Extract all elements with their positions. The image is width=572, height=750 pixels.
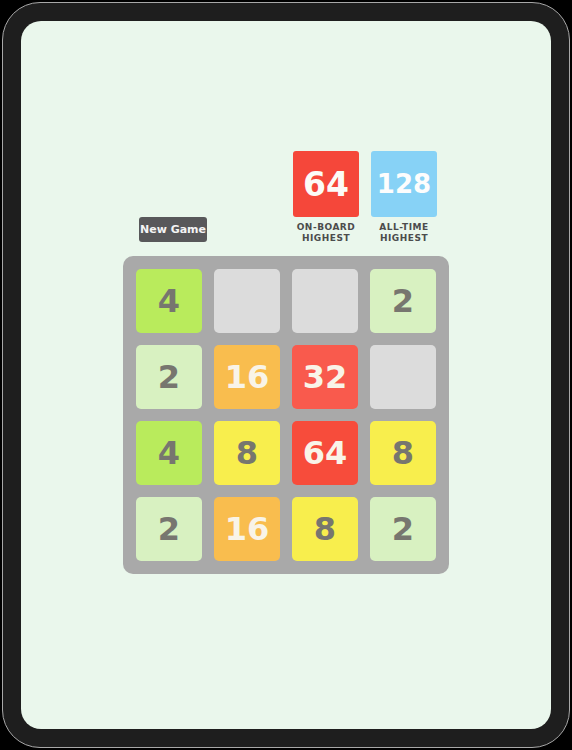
tile-8: 8 <box>370 421 436 485</box>
board[interactable]: 42216324864821682 <box>123 256 449 574</box>
empty-cell <box>214 269 280 333</box>
all-time-highest-label-line2: HIGHEST <box>371 233 437 244</box>
all-time-highest-tile: 128 <box>371 151 437 217</box>
empty-cell <box>292 269 358 333</box>
tile-2: 2 <box>136 497 202 561</box>
tablet-frame: New Game 64 ON-BOARD HIGHEST 128 ALL-TIM… <box>2 2 570 748</box>
all-time-highest-value: 128 <box>377 169 431 199</box>
tile-2: 2 <box>136 345 202 409</box>
tile-8: 8 <box>214 421 280 485</box>
game-screen: New Game 64 ON-BOARD HIGHEST 128 ALL-TIM… <box>21 21 551 729</box>
on-board-highest-label-line2: HIGHEST <box>293 233 359 244</box>
tile-64: 64 <box>292 421 358 485</box>
tile-4: 4 <box>136 269 202 333</box>
tile-16: 16 <box>214 345 280 409</box>
on-board-highest-tile: 64 <box>293 151 359 217</box>
tile-32: 32 <box>292 345 358 409</box>
tile-2: 2 <box>370 497 436 561</box>
new-game-button[interactable]: New Game <box>139 217 207 242</box>
on-board-highest-value: 64 <box>303 165 349 204</box>
on-board-highest-label: ON-BOARD HIGHEST <box>293 222 359 244</box>
tile-8: 8 <box>292 497 358 561</box>
on-board-highest-label-line1: ON-BOARD <box>293 222 359 233</box>
all-time-highest-label: ALL-TIME HIGHEST <box>371 222 437 244</box>
all-time-highest-label-line1: ALL-TIME <box>371 222 437 233</box>
tile-16: 16 <box>214 497 280 561</box>
tile-2: 2 <box>370 269 436 333</box>
tile-4: 4 <box>136 421 202 485</box>
empty-cell <box>370 345 436 409</box>
